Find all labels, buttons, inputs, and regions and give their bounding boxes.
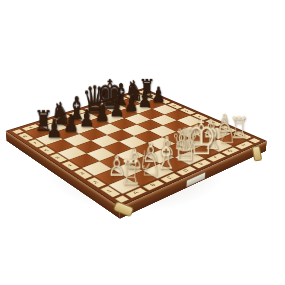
chess-set-photo: ABCDEFGH8♜♞♝♛♚♝♞♜87♟♟♟♟♟♟♟♟7665544332♙♙♙… bbox=[0, 0, 285, 285]
piece-black-pawn[interactable]: ♟ bbox=[44, 117, 64, 142]
piece-white-rook[interactable]: ♖ bbox=[119, 156, 142, 190]
